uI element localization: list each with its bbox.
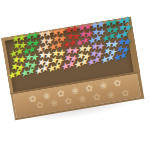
star-clip-icon: ★★ [61,60,73,71]
star-clip-icon: ★★ [22,67,34,78]
star-clip-icon: ★★ [101,53,113,64]
star-clip-icon: ★★ [35,64,47,75]
star-clip-icon: ★★ [88,56,100,67]
star-clip-icon: ★★ [48,62,60,73]
star-clip-icon: ★★ [74,58,86,69]
product-photo: ★★★★★★★★★★★★★★★★★★★★★★★★★★★★★★★★★★★★★★★★… [0,0,150,150]
star-clip-icon: ★★ [8,69,20,80]
star-clip-icon: ★★ [114,51,126,62]
cardboard-box: ★★★★★★★★★★★★★★★★★★★★★★★★★★★★★★★★★★★★★★★★… [1,17,143,117]
